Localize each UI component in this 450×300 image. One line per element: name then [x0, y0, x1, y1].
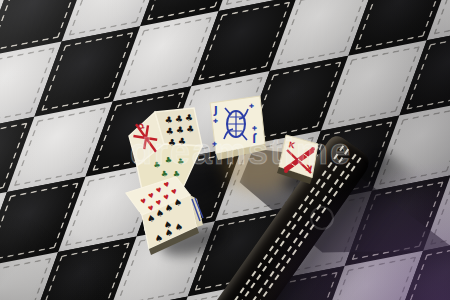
svg-text:♣: ♣: [175, 114, 184, 125]
svg-text:♣: ♣: [165, 126, 174, 137]
svg-text:✚: ✚: [249, 102, 254, 109]
svg-text:♣: ♣: [178, 136, 187, 147]
die2-rank: J: [213, 105, 218, 116]
svg-text:♣: ♣: [186, 124, 195, 135]
die-4: ♥♥ ♥♥ ♥♥ ♥♥ ♠♠ ♠♠ ♠ ♠♠ ♠: [118, 171, 204, 257]
photo-stage: Q ♣♣♣ ♣♣♣ ♣♣ ♣♣ ♣♣ ♣ J ✚ J ✚ ✚: [0, 0, 450, 300]
svg-text:♣: ♣: [164, 155, 172, 165]
svg-text:♣: ♣: [176, 125, 185, 136]
svg-text:♣: ♣: [153, 160, 161, 170]
svg-text:J: J: [252, 133, 257, 144]
die-3: K K: [272, 131, 328, 189]
svg-text:✚: ✚: [212, 140, 217, 147]
svg-text:♣: ♣: [164, 115, 173, 126]
svg-text:♣: ♣: [167, 137, 176, 148]
svg-text:✚: ✚: [213, 117, 218, 124]
svg-text:♣: ♣: [185, 113, 194, 124]
die-2: J ✚ J ✚ ✚ ✚: [202, 93, 266, 161]
svg-text:♣: ♣: [177, 157, 185, 167]
svg-text:✚: ✚: [252, 125, 257, 132]
